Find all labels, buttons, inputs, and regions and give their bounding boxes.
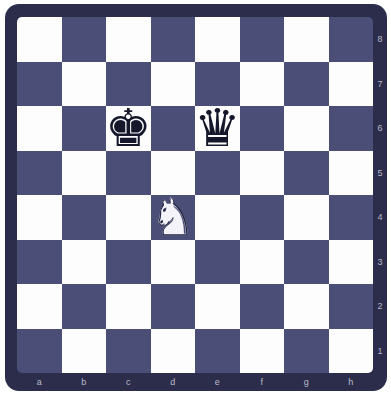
rank-label-4: 4: [373, 195, 387, 240]
square-d7[interactable]: [151, 62, 196, 107]
square-b8[interactable]: [62, 17, 107, 62]
rank-label-5: 5: [373, 151, 387, 196]
rank-label-2: 2: [373, 284, 387, 329]
square-f8[interactable]: [240, 17, 285, 62]
square-a3[interactable]: [17, 240, 62, 285]
square-c7[interactable]: [106, 62, 151, 107]
square-f4[interactable]: [240, 195, 285, 240]
square-c5[interactable]: [106, 151, 151, 196]
square-g2[interactable]: [284, 284, 329, 329]
square-g6[interactable]: [284, 106, 329, 151]
square-a5[interactable]: [17, 151, 62, 196]
square-d6[interactable]: [151, 106, 196, 151]
square-h5[interactable]: [329, 151, 374, 196]
square-c1[interactable]: [106, 329, 151, 374]
square-b6[interactable]: [62, 106, 107, 151]
square-a4[interactable]: [17, 195, 62, 240]
square-g3[interactable]: [284, 240, 329, 285]
square-d1[interactable]: [151, 329, 196, 374]
rank-label-1: 1: [373, 329, 387, 374]
square-d5[interactable]: [151, 151, 196, 196]
chess-board-frame: ♚♛♞♘ 87654321 abcdefgh: [5, 4, 387, 391]
square-b7[interactable]: [62, 62, 107, 107]
square-h1[interactable]: [329, 329, 374, 374]
square-g5[interactable]: [284, 151, 329, 196]
square-e3[interactable]: [195, 240, 240, 285]
square-b3[interactable]: [62, 240, 107, 285]
file-label-c: c: [106, 373, 151, 391]
square-e1[interactable]: [195, 329, 240, 374]
rank-label-3: 3: [373, 240, 387, 285]
square-f5[interactable]: [240, 151, 285, 196]
square-b1[interactable]: [62, 329, 107, 374]
square-c3[interactable]: [106, 240, 151, 285]
file-label-a: a: [17, 373, 62, 391]
square-h8[interactable]: [329, 17, 374, 62]
file-label-b: b: [62, 373, 107, 391]
square-a1[interactable]: [17, 329, 62, 374]
square-e5[interactable]: [195, 151, 240, 196]
file-label-g: g: [284, 373, 329, 391]
square-e7[interactable]: [195, 62, 240, 107]
rank-labels: 87654321: [373, 17, 387, 373]
square-c4[interactable]: [106, 195, 151, 240]
square-f6[interactable]: [240, 106, 285, 151]
square-a7[interactable]: [17, 62, 62, 107]
square-g4[interactable]: [284, 195, 329, 240]
square-h7[interactable]: [329, 62, 374, 107]
square-a6[interactable]: [17, 106, 62, 151]
black-queen-piece[interactable]: ♛: [195, 106, 240, 151]
black-king-piece[interactable]: ♚: [106, 106, 151, 151]
rank-label-6: 6: [373, 106, 387, 151]
rank-label-7: 7: [373, 62, 387, 107]
square-h6[interactable]: [329, 106, 374, 151]
square-c6[interactable]: ♚: [106, 106, 151, 151]
square-d3[interactable]: [151, 240, 196, 285]
square-d2[interactable]: [151, 284, 196, 329]
square-g7[interactable]: [284, 62, 329, 107]
square-b2[interactable]: [62, 284, 107, 329]
file-labels: abcdefgh: [17, 373, 373, 391]
square-c2[interactable]: [106, 284, 151, 329]
white-knight-piece[interactable]: ♞: [151, 195, 196, 240]
square-e8[interactable]: [195, 17, 240, 62]
square-f7[interactable]: [240, 62, 285, 107]
square-b4[interactable]: [62, 195, 107, 240]
square-g1[interactable]: [284, 329, 329, 374]
square-e2[interactable]: [195, 284, 240, 329]
square-g8[interactable]: [284, 17, 329, 62]
chess-app-stage: ♚♛♞♘ 87654321 abcdefgh: [0, 0, 391, 395]
square-e6[interactable]: ♛: [195, 106, 240, 151]
square-f3[interactable]: [240, 240, 285, 285]
square-d4[interactable]: ♞♘: [151, 195, 196, 240]
square-a8[interactable]: [17, 17, 62, 62]
file-label-f: f: [240, 373, 285, 391]
square-h4[interactable]: [329, 195, 374, 240]
rank-label-8: 8: [373, 17, 387, 62]
square-a2[interactable]: [17, 284, 62, 329]
file-label-h: h: [329, 373, 374, 391]
square-f1[interactable]: [240, 329, 285, 374]
square-h2[interactable]: [329, 284, 374, 329]
square-e4[interactable]: [195, 195, 240, 240]
square-c8[interactable]: [106, 17, 151, 62]
square-h3[interactable]: [329, 240, 374, 285]
square-f2[interactable]: [240, 284, 285, 329]
chess-board[interactable]: ♚♛♞♘: [17, 17, 373, 373]
white-knight-piece-outline: ♘: [151, 195, 196, 240]
file-label-d: d: [151, 373, 196, 391]
square-b5[interactable]: [62, 151, 107, 196]
square-d8[interactable]: [151, 17, 196, 62]
file-label-e: e: [195, 373, 240, 391]
